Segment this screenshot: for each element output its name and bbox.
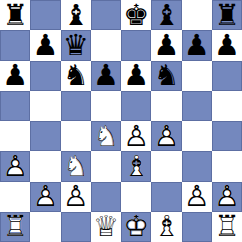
- square-c6[interactable]: ♞: [61, 61, 91, 91]
- square-a8[interactable]: ♜: [0, 0, 30, 30]
- square-f2[interactable]: [151, 182, 181, 212]
- white-king-icon: ♚♔: [121, 212, 151, 242]
- square-h8[interactable]: ♜: [212, 0, 242, 30]
- white-pawn-icon: ♟♙: [212, 182, 242, 212]
- square-h6[interactable]: [212, 61, 242, 91]
- black-pawn-icon: ♟: [151, 30, 181, 60]
- square-b6[interactable]: [30, 61, 60, 91]
- black-pawn-icon: ♟: [121, 61, 151, 91]
- square-b5[interactable]: [30, 91, 60, 121]
- white-pawn-icon: ♟♙: [121, 121, 151, 151]
- black-pawn-icon: ♟: [91, 61, 121, 91]
- black-knight-icon: ♞: [151, 61, 181, 91]
- black-knight-icon: ♞: [61, 61, 91, 91]
- square-d5[interactable]: [91, 91, 121, 121]
- square-a5[interactable]: [0, 91, 30, 121]
- square-h1[interactable]: ♜♖: [212, 212, 242, 242]
- white-knight-icon: ♞♘: [61, 151, 91, 181]
- square-e6[interactable]: ♟: [121, 61, 151, 91]
- white-rook-icon: ♜♖: [0, 212, 30, 242]
- square-c4[interactable]: [61, 121, 91, 151]
- square-a7[interactable]: [0, 30, 30, 60]
- square-h5[interactable]: [212, 91, 242, 121]
- black-pawn-icon: ♟: [30, 30, 60, 60]
- white-bishop-icon: ♝♗: [151, 212, 181, 242]
- white-pawn-icon: ♟♙: [0, 151, 30, 181]
- chess-board: ♜♝♚♝♜♟♛♟♟♟♟♞♟♟♞♞♘♟♙♟♙♟♙♞♘♝♗♟♙♟♙♟♙♟♙♜♖♛♕♚…: [0, 0, 242, 242]
- square-f5[interactable]: [151, 91, 181, 121]
- black-pawn-icon: ♟: [212, 30, 242, 60]
- square-a4[interactable]: [0, 121, 30, 151]
- square-g7[interactable]: ♟: [182, 30, 212, 60]
- square-b2[interactable]: ♟♙: [30, 182, 60, 212]
- white-pawn-icon: ♟♙: [30, 182, 60, 212]
- black-rook-icon: ♜: [0, 0, 30, 30]
- square-b1[interactable]: [30, 212, 60, 242]
- square-g3[interactable]: [182, 151, 212, 181]
- square-c5[interactable]: [61, 91, 91, 121]
- square-f7[interactable]: ♟: [151, 30, 181, 60]
- square-e3[interactable]: ♝♗: [121, 151, 151, 181]
- square-e2[interactable]: [121, 182, 151, 212]
- square-f6[interactable]: ♞: [151, 61, 181, 91]
- square-f1[interactable]: ♝♗: [151, 212, 181, 242]
- square-e8[interactable]: ♚: [121, 0, 151, 30]
- black-rook-icon: ♜: [212, 0, 242, 30]
- square-b8[interactable]: [30, 0, 60, 30]
- square-c3[interactable]: ♞♘: [61, 151, 91, 181]
- square-c8[interactable]: ♝: [61, 0, 91, 30]
- square-f4[interactable]: ♟♙: [151, 121, 181, 151]
- black-bishop-icon: ♝: [61, 0, 91, 30]
- white-pawn-icon: ♟♙: [182, 182, 212, 212]
- square-h3[interactable]: [212, 151, 242, 181]
- square-a2[interactable]: [0, 182, 30, 212]
- square-f3[interactable]: [151, 151, 181, 181]
- white-rook-icon: ♜♖: [212, 212, 242, 242]
- square-b7[interactable]: ♟: [30, 30, 60, 60]
- square-a3[interactable]: ♟♙: [0, 151, 30, 181]
- square-c2[interactable]: ♟♙: [61, 182, 91, 212]
- white-pawn-icon: ♟♙: [61, 182, 91, 212]
- square-d6[interactable]: ♟: [91, 61, 121, 91]
- square-d7[interactable]: [91, 30, 121, 60]
- black-pawn-icon: ♟: [182, 30, 212, 60]
- square-g4[interactable]: [182, 121, 212, 151]
- black-pawn-icon: ♟: [0, 61, 30, 91]
- square-e7[interactable]: [121, 30, 151, 60]
- square-g8[interactable]: [182, 0, 212, 30]
- square-c7[interactable]: ♛: [61, 30, 91, 60]
- square-b3[interactable]: [30, 151, 60, 181]
- square-d2[interactable]: [91, 182, 121, 212]
- black-bishop-icon: ♝: [151, 0, 181, 30]
- square-a1[interactable]: ♜♖: [0, 212, 30, 242]
- white-bishop-icon: ♝♗: [121, 151, 151, 181]
- square-e1[interactable]: ♚♔: [121, 212, 151, 242]
- square-d8[interactable]: [91, 0, 121, 30]
- square-h2[interactable]: ♟♙: [212, 182, 242, 212]
- square-g2[interactable]: ♟♙: [182, 182, 212, 212]
- square-f8[interactable]: ♝: [151, 0, 181, 30]
- white-pawn-icon: ♟♙: [151, 121, 181, 151]
- white-queen-icon: ♛♕: [91, 212, 121, 242]
- white-knight-icon: ♞♘: [91, 121, 121, 151]
- black-king-icon: ♚: [121, 0, 151, 30]
- square-e4[interactable]: ♟♙: [121, 121, 151, 151]
- square-a6[interactable]: ♟: [0, 61, 30, 91]
- square-d3[interactable]: [91, 151, 121, 181]
- square-g5[interactable]: [182, 91, 212, 121]
- square-c1[interactable]: [61, 212, 91, 242]
- square-h4[interactable]: [212, 121, 242, 151]
- square-d1[interactable]: ♛♕: [91, 212, 121, 242]
- square-b4[interactable]: [30, 121, 60, 151]
- square-e5[interactable]: [121, 91, 151, 121]
- square-g6[interactable]: [182, 61, 212, 91]
- black-queen-icon: ♛: [61, 30, 91, 60]
- square-g1[interactable]: [182, 212, 212, 242]
- square-h7[interactable]: ♟: [212, 30, 242, 60]
- square-d4[interactable]: ♞♘: [91, 121, 121, 151]
